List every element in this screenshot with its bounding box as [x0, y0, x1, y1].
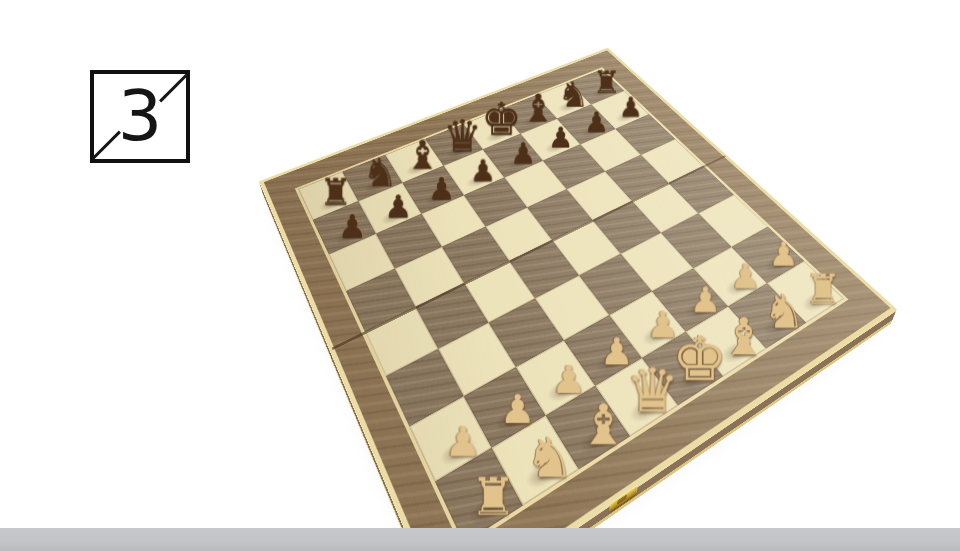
piece-white-rook[interactable]: ♜: [805, 271, 842, 309]
piece-white-king[interactable]: ♚: [672, 332, 728, 389]
piece-white-pawn[interactable]: ♟: [769, 240, 799, 271]
piece-black-pawn[interactable]: ♟: [428, 175, 455, 203]
piece-black-rook[interactable]: ♜: [593, 68, 621, 97]
piece-white-bishop[interactable]: ♝: [578, 399, 628, 450]
piece-white-pawn[interactable]: ♟: [690, 285, 722, 317]
piece-black-queen[interactable]: ♛: [443, 116, 482, 156]
square-f5[interactable]: [567, 172, 632, 221]
piece-white-pawn[interactable]: ♟: [500, 392, 536, 429]
board-frame: ♜♞♝♛♚♝♞♜♟♟♟♟♟♟♟♟♟♟♟♟♟♟♟♟♜♞♝♛♚♝♞♜: [259, 48, 897, 551]
chessboard-scene: ♜♞♝♛♚♝♞♜♟♟♟♟♟♟♟♟♟♟♟♟♟♟♟♟♜♞♝♛♚♝♞♜: [0, 0, 960, 551]
product-photo-page: 3 ♜♞♝♛♚♝♞♜♟♟♟♟♟♟♟♟♟♟♟♟♟♟♟♟♜♞♝♛♚♝♞♜: [0, 0, 960, 551]
piece-black-knight[interactable]: ♞: [362, 155, 397, 191]
piece-black-pawn[interactable]: ♟: [548, 125, 573, 151]
piece-white-knight[interactable]: ♞: [525, 434, 574, 485]
bottom-bar: [0, 528, 960, 551]
piece-black-pawn[interactable]: ♟: [384, 193, 412, 222]
piece-black-pawn[interactable]: ♟: [470, 157, 497, 184]
piece-black-rook[interactable]: ♜: [319, 176, 352, 210]
piece-black-pawn[interactable]: ♟: [338, 213, 367, 243]
piece-black-pawn[interactable]: ♟: [584, 110, 609, 135]
piece-white-pawn[interactable]: ♟: [444, 424, 481, 462]
chess-board: ♜♞♝♛♚♝♞♜♟♟♟♟♟♟♟♟♟♟♟♟♟♟♟♟♜♞♝♛♚♝♞♜: [259, 48, 897, 551]
piece-white-pawn[interactable]: ♟: [731, 262, 762, 293]
piece-black-pawn[interactable]: ♟: [619, 95, 643, 120]
piece-white-queen[interactable]: ♛: [626, 363, 680, 418]
piece-black-king[interactable]: ♚: [481, 99, 522, 141]
piece-black-bishop[interactable]: ♝: [404, 136, 440, 173]
board-field: ♜♞♝♛♚♝♞♜♟♟♟♟♟♟♟♟♟♟♟♟♟♟♟♟♜♞♝♛♚♝♞♜: [295, 67, 849, 549]
piece-white-knight[interactable]: ♞: [763, 291, 805, 334]
piece-white-rook[interactable]: ♜: [470, 474, 516, 522]
piece-black-pawn[interactable]: ♟: [510, 141, 536, 168]
